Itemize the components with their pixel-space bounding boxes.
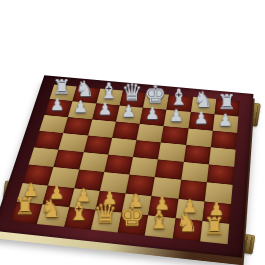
square-f5[interactable] bbox=[158, 142, 186, 162]
piece-white-queen-d1[interactable]: ♛ bbox=[91, 200, 118, 227]
square-d1[interactable]: ♛ bbox=[91, 210, 122, 233]
square-e5[interactable] bbox=[133, 140, 161, 159]
piece-white-king-e1[interactable]: ♚ bbox=[118, 202, 145, 230]
piece-black-pawn-b7[interactable]: ♟ bbox=[69, 99, 93, 115]
piece-black-pawn-e7[interactable]: ♟ bbox=[140, 106, 164, 122]
piece-white-bishop-c1[interactable]: ♝ bbox=[65, 200, 92, 225]
piece-black-king-e8[interactable]: ♚ bbox=[143, 82, 167, 106]
square-f1[interactable]: ♝ bbox=[145, 215, 175, 238]
square-g6[interactable] bbox=[186, 128, 213, 147]
piece-white-rook-h1[interactable]: ♜ bbox=[200, 215, 228, 239]
square-e4[interactable] bbox=[129, 157, 158, 177]
square-h4[interactable] bbox=[207, 164, 235, 185]
square-h5[interactable] bbox=[209, 147, 236, 167]
square-g5[interactable] bbox=[183, 145, 210, 165]
piece-black-pawn-c7[interactable]: ♟ bbox=[92, 101, 116, 117]
piece-black-pawn-a7[interactable]: ♟ bbox=[45, 97, 69, 113]
piece-white-knight-g1[interactable]: ♞ bbox=[173, 211, 201, 236]
piece-black-pawn-g7[interactable]: ♟ bbox=[189, 110, 213, 126]
piece-white-bishop-f1[interactable]: ♝ bbox=[145, 208, 172, 233]
square-e1[interactable]: ♚ bbox=[118, 212, 149, 235]
board-3d-wrapper: ♜♞♝♛♚♝♞♜♟♟♟♟♟♟♟♟♟♟♟♟♟♟♟♟♜♞♝♛♚♝♞♜ bbox=[0, 75, 253, 257]
chess-set-photo: ♜♞♝♛♚♝♞♜♟♟♟♟♟♟♟♟♟♟♟♟♟♟♟♟♜♞♝♛♚♝♞♜ bbox=[0, 0, 265, 265]
square-g4[interactable] bbox=[181, 162, 209, 183]
square-h6[interactable] bbox=[211, 130, 237, 149]
square-c4[interactable] bbox=[79, 152, 108, 172]
piece-white-rook-a1[interactable]: ♜ bbox=[11, 195, 38, 219]
piece-black-pawn-f7[interactable]: ♟ bbox=[164, 108, 188, 124]
square-h1[interactable]: ♜ bbox=[200, 221, 229, 244]
piece-white-knight-b1[interactable]: ♞ bbox=[38, 197, 65, 222]
square-a5[interactable] bbox=[34, 131, 63, 150]
chess-board: ♜♞♝♛♚♝♞♜♟♟♟♟♟♟♟♟♟♟♟♟♟♟♟♟♜♞♝♛♚♝♞♜ bbox=[0, 75, 253, 257]
piece-black-pawn-h7[interactable]: ♟ bbox=[213, 112, 237, 128]
square-g1[interactable]: ♞ bbox=[172, 218, 202, 241]
square-d6[interactable] bbox=[112, 121, 140, 140]
piece-black-pawn-d7[interactable]: ♟ bbox=[116, 103, 140, 119]
square-f6[interactable] bbox=[161, 126, 188, 145]
